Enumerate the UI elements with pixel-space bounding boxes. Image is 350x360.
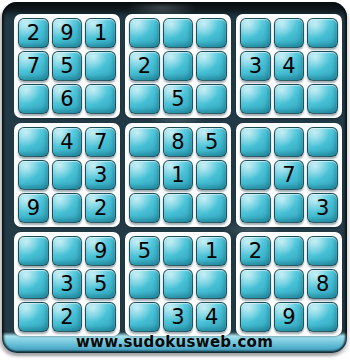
cell-r8c1[interactable] (18, 269, 49, 299)
cell-r6c9[interactable]: 3 (307, 193, 338, 223)
box-3-1: 9352 (14, 232, 120, 336)
cell-r7c1[interactable] (18, 236, 49, 266)
cell-r9c6[interactable]: 4 (196, 302, 227, 332)
cell-r5c3[interactable]: 3 (85, 160, 116, 190)
cell-r1c5[interactable] (163, 18, 194, 48)
cell-r2c1[interactable]: 7 (18, 51, 49, 81)
cell-r3c1[interactable] (18, 84, 49, 114)
cell-r8c7[interactable] (240, 269, 271, 299)
cell-r5c6[interactable] (196, 160, 227, 190)
cell-r1c4[interactable] (129, 18, 160, 48)
box-1-2: 25 (125, 14, 231, 118)
cell-r3c3[interactable] (85, 84, 116, 114)
cell-r3c4[interactable] (129, 84, 160, 114)
cell-r3c8[interactable] (274, 84, 305, 114)
cell-r7c8[interactable] (274, 236, 305, 266)
cell-r5c2[interactable] (52, 160, 83, 190)
cell-r1c6[interactable] (196, 18, 227, 48)
cell-r4c4[interactable] (129, 127, 160, 157)
cell-r2c4[interactable]: 2 (129, 51, 160, 81)
cell-r2c3[interactable] (85, 51, 116, 81)
cell-r5c4[interactable] (129, 160, 160, 190)
box-3-3: 289 (236, 232, 342, 336)
cell-r4c5[interactable]: 8 (163, 127, 194, 157)
sudoku-grid: 2917562534473928517393525134289 (14, 14, 342, 336)
cell-r1c7[interactable] (240, 18, 271, 48)
cell-r4c3[interactable]: 7 (85, 127, 116, 157)
cell-r8c5[interactable] (163, 269, 194, 299)
cell-r2c2[interactable]: 5 (52, 51, 83, 81)
cell-r2c7[interactable]: 3 (240, 51, 271, 81)
cell-r5c5[interactable]: 1 (163, 160, 194, 190)
cell-r6c1[interactable]: 9 (18, 193, 49, 223)
cell-r9c3[interactable] (85, 302, 116, 332)
cell-r7c5[interactable] (163, 236, 194, 266)
cell-r8c6[interactable] (196, 269, 227, 299)
cell-r2c9[interactable] (307, 51, 338, 81)
cell-r1c2[interactable]: 9 (52, 18, 83, 48)
page: 2917562534473928517393525134289 www.sudo… (0, 0, 350, 360)
cell-r3c7[interactable] (240, 84, 271, 114)
cell-r9c8[interactable]: 9 (274, 302, 305, 332)
cell-r8c4[interactable] (129, 269, 160, 299)
box-2-1: 47392 (14, 123, 120, 227)
cell-r2c5[interactable] (163, 51, 194, 81)
cell-r6c3[interactable]: 2 (85, 193, 116, 223)
site-url: www.sudokusweb.com (2, 333, 347, 351)
cell-r8c3[interactable]: 5 (85, 269, 116, 299)
cell-r6c5[interactable] (163, 193, 194, 223)
cell-r7c7[interactable]: 2 (240, 236, 271, 266)
cell-r6c7[interactable] (240, 193, 271, 223)
cell-r9c9[interactable] (307, 302, 338, 332)
box-2-3: 73 (236, 123, 342, 227)
cell-r4c2[interactable]: 4 (52, 127, 83, 157)
cell-r9c1[interactable] (18, 302, 49, 332)
sudoku-board: 2917562534473928517393525134289 www.sudo… (2, 2, 347, 353)
cell-r1c9[interactable] (307, 18, 338, 48)
box-1-1: 291756 (14, 14, 120, 118)
box-2-2: 851 (125, 123, 231, 227)
cell-r7c3[interactable]: 9 (85, 236, 116, 266)
cell-r6c4[interactable] (129, 193, 160, 223)
cell-r9c2[interactable]: 2 (52, 302, 83, 332)
cell-r4c7[interactable] (240, 127, 271, 157)
cell-r8c9[interactable]: 8 (307, 269, 338, 299)
box-3-2: 5134 (125, 232, 231, 336)
cell-r8c8[interactable] (274, 269, 305, 299)
cell-r9c5[interactable]: 3 (163, 302, 194, 332)
cell-r1c8[interactable] (274, 18, 305, 48)
cell-r5c7[interactable] (240, 160, 271, 190)
box-1-3: 34 (236, 14, 342, 118)
cell-r6c6[interactable] (196, 193, 227, 223)
cell-r7c4[interactable]: 5 (129, 236, 160, 266)
cell-r4c8[interactable] (274, 127, 305, 157)
cell-r1c1[interactable]: 2 (18, 18, 49, 48)
cell-r4c1[interactable] (18, 127, 49, 157)
cell-r5c9[interactable] (307, 160, 338, 190)
cell-r3c9[interactable] (307, 84, 338, 114)
cell-r2c6[interactable] (196, 51, 227, 81)
cell-r7c9[interactable] (307, 236, 338, 266)
cell-r5c8[interactable]: 7 (274, 160, 305, 190)
cell-r9c7[interactable] (240, 302, 271, 332)
cell-r4c9[interactable] (307, 127, 338, 157)
cell-r6c8[interactable] (274, 193, 305, 223)
cell-r6c2[interactable] (52, 193, 83, 223)
cell-r5c1[interactable] (18, 160, 49, 190)
cell-r4c6[interactable]: 5 (196, 127, 227, 157)
cell-r3c6[interactable] (196, 84, 227, 114)
cell-r7c2[interactable] (52, 236, 83, 266)
cell-r2c8[interactable]: 4 (274, 51, 305, 81)
cell-r3c2[interactable]: 6 (52, 84, 83, 114)
cell-r8c2[interactable]: 3 (52, 269, 83, 299)
cell-r3c5[interactable]: 5 (163, 84, 194, 114)
cell-r1c3[interactable]: 1 (85, 18, 116, 48)
cell-r7c6[interactable]: 1 (196, 236, 227, 266)
cell-r9c4[interactable] (129, 302, 160, 332)
